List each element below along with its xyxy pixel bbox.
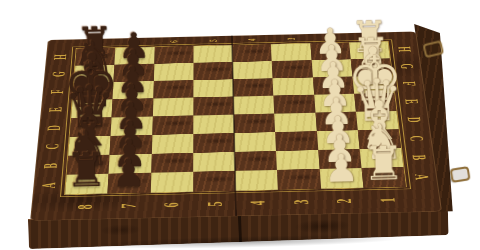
- file-label-A: A: [399, 169, 444, 184]
- file-label-G: G: [386, 60, 428, 73]
- file-label-C: C: [394, 131, 438, 146]
- rank-label-5: 5: [202, 32, 224, 49]
- square-f7: ♟: [113, 81, 154, 99]
- square-d4: [234, 114, 276, 133]
- square-e5: [193, 97, 234, 116]
- square-g5: [193, 62, 233, 80]
- file-label-H: H: [383, 43, 424, 56]
- square-f3: [273, 77, 314, 95]
- square-a8: ♜: [65, 174, 109, 195]
- square-g3: [272, 60, 313, 78]
- square-f6: [153, 80, 193, 98]
- square-b3: [276, 150, 319, 170]
- square-e6: [152, 98, 193, 117]
- file-label-A: A: [27, 178, 71, 193]
- square-a3: [277, 169, 321, 190]
- file-label-F: F: [388, 77, 430, 91]
- square-f8: ♝: [73, 82, 114, 100]
- square-c2: ♟: [316, 130, 359, 150]
- square-b8: ♞: [67, 155, 110, 175]
- square-d7: ♟: [111, 116, 153, 135]
- rank-label-4: 4: [241, 31, 263, 48]
- square-f2: ♟: [312, 76, 353, 94]
- square-b2: ♟: [318, 149, 362, 169]
- chess-set-photo: 87654321 87654321 HGFEDCBA HGFEDCBA ♜♟♟♜…: [0, 0, 480, 250]
- file-label-D: D: [33, 121, 76, 135]
- square-c3: [275, 131, 318, 151]
- rank-label-7: 7: [123, 34, 145, 51]
- rank-label-8: 8: [84, 35, 107, 52]
- square-e8: ♚: [71, 99, 113, 118]
- square-d2: ♟: [315, 112, 357, 131]
- rank-label-2: 2: [318, 30, 341, 47]
- file-label-D: D: [392, 113, 435, 127]
- latch-icon: [450, 166, 471, 183]
- square-b7: ♟: [109, 154, 152, 174]
- square-b4: [235, 151, 278, 171]
- file-label-C: C: [31, 139, 74, 154]
- square-g2: ♟: [311, 59, 352, 77]
- square-a2: ♟: [319, 168, 363, 189]
- square-e4: [233, 96, 274, 115]
- square-f5: [193, 79, 233, 97]
- square-b5: [193, 152, 235, 172]
- file-label-G: G: [38, 67, 79, 80]
- rank-label-3: 3: [279, 30, 302, 47]
- square-g6: [153, 63, 193, 81]
- square-d5: [193, 115, 234, 134]
- square-c6: [151, 134, 193, 154]
- square-g8: ♞: [74, 65, 115, 83]
- board-grid: ♜♟♟♜♞♟♟♜♝♟♟♝♚♟♟♚♛♟♟♛♝♟♟♝♞♟♟♞♜♟♟♜: [64, 41, 407, 195]
- square-b6: [151, 153, 193, 173]
- square-g7: ♟: [114, 64, 154, 82]
- square-f4: [233, 78, 274, 96]
- square-e2: ♟: [314, 94, 356, 113]
- square-a4: [235, 170, 278, 191]
- square-a7: ♟: [108, 173, 151, 194]
- square-d6: [152, 116, 193, 135]
- chess-board: 87654321 87654321 HGFEDCBA HGFEDCBA ♜♟♟♜…: [30, 32, 442, 221]
- square-a6: [150, 172, 193, 193]
- square-e7: ♟: [112, 98, 153, 117]
- file-label-B: B: [397, 150, 441, 165]
- file-label-B: B: [29, 158, 73, 173]
- square-a5: [193, 171, 236, 192]
- square-d8: ♛: [70, 117, 112, 136]
- rank-label-1: 1: [359, 190, 415, 211]
- file-label-H: H: [40, 50, 81, 63]
- file-label-E: E: [35, 103, 77, 117]
- file-label-E: E: [390, 95, 433, 109]
- square-d3: [274, 113, 316, 132]
- square-e3: [274, 95, 316, 114]
- file-label-F: F: [37, 85, 79, 99]
- square-c7: ♟: [110, 135, 152, 155]
- square-c8: ♝: [68, 136, 111, 156]
- square-g4: [233, 61, 273, 79]
- rank-label-6: 6: [163, 33, 185, 50]
- square-c4: [234, 132, 276, 152]
- rank-label-1: 1: [357, 29, 380, 46]
- square-c5: [193, 133, 235, 153]
